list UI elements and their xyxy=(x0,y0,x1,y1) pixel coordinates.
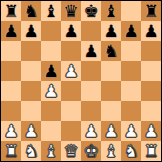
square-g1[interactable]: ♞ xyxy=(121,141,141,161)
square-d5[interactable]: ♟ xyxy=(61,61,81,81)
square-b6[interactable] xyxy=(21,41,41,61)
piece-white-knight-b1[interactable]: ♞ xyxy=(23,141,38,161)
piece-black-bishop-f8[interactable]: ♝ xyxy=(103,1,118,21)
piece-white-pawn-h2[interactable]: ♟ xyxy=(143,121,158,141)
chess-board: ♜♞♝♛♚♝♜♟♟♟♟♟♟♟♞♟♟♟♟♟♟♟♟♟♜♞♝♛♚♝♞♜ xyxy=(1,1,161,161)
square-c6[interactable] xyxy=(41,41,61,61)
square-d2[interactable] xyxy=(61,121,81,141)
piece-white-pawn-b2[interactable]: ♟ xyxy=(23,121,38,141)
piece-black-pawn-h7[interactable]: ♟ xyxy=(143,21,158,41)
square-f4[interactable] xyxy=(101,81,121,101)
square-c2[interactable] xyxy=(41,121,61,141)
square-c4[interactable]: ♟ xyxy=(41,81,61,101)
square-d1[interactable]: ♛ xyxy=(61,141,81,161)
piece-white-queen-d1[interactable]: ♛ xyxy=(63,141,78,161)
square-a3[interactable] xyxy=(1,101,21,121)
square-f6[interactable]: ♞ xyxy=(101,41,121,61)
piece-white-pawn-c4[interactable]: ♟ xyxy=(43,81,58,101)
square-c8[interactable]: ♝ xyxy=(41,1,61,21)
piece-white-rook-h1[interactable]: ♜ xyxy=(143,141,158,161)
piece-white-bishop-f1[interactable]: ♝ xyxy=(103,141,118,161)
square-b1[interactable]: ♞ xyxy=(21,141,41,161)
square-e6[interactable]: ♟ xyxy=(81,41,101,61)
square-g8[interactable] xyxy=(121,1,141,21)
square-g6[interactable] xyxy=(121,41,141,61)
square-h8[interactable]: ♜ xyxy=(141,1,161,21)
square-c3[interactable] xyxy=(41,101,61,121)
piece-white-pawn-g2[interactable]: ♟ xyxy=(123,121,138,141)
piece-white-king-e1[interactable]: ♚ xyxy=(83,141,98,161)
square-b8[interactable]: ♞ xyxy=(21,1,41,21)
piece-black-pawn-g7[interactable]: ♟ xyxy=(123,21,138,41)
square-a2[interactable]: ♟ xyxy=(1,121,21,141)
piece-black-pawn-a7[interactable]: ♟ xyxy=(3,21,18,41)
piece-black-rook-a8[interactable]: ♜ xyxy=(3,1,18,21)
square-g2[interactable]: ♟ xyxy=(121,121,141,141)
square-a8[interactable]: ♜ xyxy=(1,1,21,21)
square-h5[interactable] xyxy=(141,61,161,81)
square-h1[interactable]: ♜ xyxy=(141,141,161,161)
board-frame: ♜♞♝♛♚♝♜♟♟♟♟♟♟♟♞♟♟♟♟♟♟♟♟♟♜♞♝♛♚♝♞♜ xyxy=(0,0,162,162)
square-a5[interactable] xyxy=(1,61,21,81)
square-h6[interactable] xyxy=(141,41,161,61)
square-a6[interactable] xyxy=(1,41,21,61)
square-b4[interactable] xyxy=(21,81,41,101)
square-h3[interactable] xyxy=(141,101,161,121)
square-f2[interactable]: ♟ xyxy=(101,121,121,141)
square-d8[interactable]: ♛ xyxy=(61,1,81,21)
square-e4[interactable] xyxy=(81,81,101,101)
piece-black-pawn-e6[interactable]: ♟ xyxy=(83,41,98,61)
square-e3[interactable] xyxy=(81,101,101,121)
square-b5[interactable] xyxy=(21,61,41,81)
piece-black-bishop-c8[interactable]: ♝ xyxy=(43,1,58,21)
square-e1[interactable]: ♚ xyxy=(81,141,101,161)
piece-white-pawn-d5[interactable]: ♟ xyxy=(63,61,78,81)
square-b7[interactable]: ♟ xyxy=(21,21,41,41)
square-d6[interactable] xyxy=(61,41,81,61)
square-f5[interactable] xyxy=(101,61,121,81)
square-g4[interactable] xyxy=(121,81,141,101)
square-h2[interactable]: ♟ xyxy=(141,121,161,141)
square-c5[interactable]: ♟ xyxy=(41,61,61,81)
square-f3[interactable] xyxy=(101,101,121,121)
square-a7[interactable]: ♟ xyxy=(1,21,21,41)
square-e2[interactable]: ♟ xyxy=(81,121,101,141)
square-g3[interactable] xyxy=(121,101,141,121)
piece-black-pawn-f7[interactable]: ♟ xyxy=(103,21,118,41)
piece-white-rook-a1[interactable]: ♜ xyxy=(3,141,18,161)
square-h4[interactable] xyxy=(141,81,161,101)
piece-white-knight-g1[interactable]: ♞ xyxy=(123,141,138,161)
square-a4[interactable] xyxy=(1,81,21,101)
square-f8[interactable]: ♝ xyxy=(101,1,121,21)
square-b3[interactable] xyxy=(21,101,41,121)
square-b2[interactable]: ♟ xyxy=(21,121,41,141)
square-c7[interactable] xyxy=(41,21,61,41)
square-e8[interactable]: ♚ xyxy=(81,1,101,21)
piece-black-pawn-c5[interactable]: ♟ xyxy=(43,61,58,81)
square-h7[interactable]: ♟ xyxy=(141,21,161,41)
square-e7[interactable] xyxy=(81,21,101,41)
square-g5[interactable] xyxy=(121,61,141,81)
square-e5[interactable] xyxy=(81,61,101,81)
piece-black-queen-d8[interactable]: ♛ xyxy=(63,1,78,21)
square-g7[interactable]: ♟ xyxy=(121,21,141,41)
square-d3[interactable] xyxy=(61,101,81,121)
piece-black-knight-f6[interactable]: ♞ xyxy=(103,41,118,61)
piece-white-pawn-f2[interactable]: ♟ xyxy=(103,121,118,141)
square-f1[interactable]: ♝ xyxy=(101,141,121,161)
square-c1[interactable]: ♝ xyxy=(41,141,61,161)
piece-white-pawn-e2[interactable]: ♟ xyxy=(83,121,98,141)
square-d7[interactable]: ♟ xyxy=(61,21,81,41)
piece-black-pawn-d7[interactable]: ♟ xyxy=(63,21,78,41)
piece-white-pawn-a2[interactable]: ♟ xyxy=(3,121,18,141)
piece-black-rook-h8[interactable]: ♜ xyxy=(143,1,158,21)
piece-black-king-e8[interactable]: ♚ xyxy=(83,1,98,21)
square-d4[interactable] xyxy=(61,81,81,101)
piece-black-knight-b8[interactable]: ♞ xyxy=(23,1,38,21)
piece-black-pawn-b7[interactable]: ♟ xyxy=(23,21,38,41)
square-a1[interactable]: ♜ xyxy=(1,141,21,161)
piece-white-bishop-c1[interactable]: ♝ xyxy=(43,141,58,161)
square-f7[interactable]: ♟ xyxy=(101,21,121,41)
